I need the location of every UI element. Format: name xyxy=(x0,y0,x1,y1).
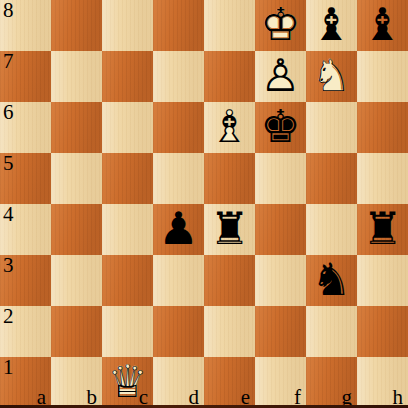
square-e1[interactable]: e xyxy=(204,357,255,408)
square-d8[interactable] xyxy=(153,0,204,51)
square-f7[interactable]: ♟♙ xyxy=(255,51,306,102)
black-piece-glyph: ♝ xyxy=(306,0,357,50)
black-bishop[interactable]: ♝ xyxy=(357,0,408,51)
white-piece-outline: ♙ xyxy=(255,50,306,101)
square-d5[interactable] xyxy=(153,153,204,204)
white-king[interactable]: ♚♔ xyxy=(255,0,306,51)
square-c8[interactable] xyxy=(102,0,153,51)
square-c4[interactable] xyxy=(102,204,153,255)
square-d7[interactable] xyxy=(153,51,204,102)
square-g2[interactable] xyxy=(306,306,357,357)
square-g4[interactable] xyxy=(306,204,357,255)
white-queen[interactable]: ♛♕ xyxy=(102,357,153,408)
square-b8[interactable] xyxy=(51,0,102,51)
square-d3[interactable] xyxy=(153,255,204,306)
square-f4[interactable] xyxy=(255,204,306,255)
white-piece-outline: ♕ xyxy=(102,356,153,407)
square-h1[interactable]: h xyxy=(357,357,408,408)
square-a4[interactable]: 4 xyxy=(0,204,51,255)
square-b2[interactable] xyxy=(51,306,102,357)
black-piece-glyph: ♟ xyxy=(153,203,204,254)
square-c5[interactable] xyxy=(102,153,153,204)
rank-label-2: 2 xyxy=(3,305,14,328)
square-d6[interactable] xyxy=(153,102,204,153)
square-f6[interactable]: ♚ xyxy=(255,102,306,153)
square-a8[interactable]: 8 xyxy=(0,0,51,51)
square-f1[interactable]: f xyxy=(255,357,306,408)
square-c3[interactable] xyxy=(102,255,153,306)
square-e2[interactable] xyxy=(204,306,255,357)
black-rook[interactable]: ♜ xyxy=(204,204,255,255)
rank-label-5: 5 xyxy=(3,152,14,175)
square-h8[interactable]: ♝ xyxy=(357,0,408,51)
square-g8[interactable]: ♝ xyxy=(306,0,357,51)
white-piece-outline: ♘ xyxy=(306,50,357,101)
white-pawn[interactable]: ♟♙ xyxy=(255,51,306,102)
black-piece-glyph: ♚ xyxy=(255,101,306,152)
square-c2[interactable] xyxy=(102,306,153,357)
square-b5[interactable] xyxy=(51,153,102,204)
black-rook[interactable]: ♜ xyxy=(357,204,408,255)
square-e6[interactable]: ♝♗ xyxy=(204,102,255,153)
square-a1[interactable]: 1a xyxy=(0,357,51,408)
black-bishop[interactable]: ♝ xyxy=(306,0,357,51)
rank-label-8: 8 xyxy=(3,0,14,22)
square-f3[interactable] xyxy=(255,255,306,306)
square-h3[interactable] xyxy=(357,255,408,306)
rank-label-3: 3 xyxy=(3,254,14,277)
square-c1[interactable]: c♛♕ xyxy=(102,357,153,408)
square-a5[interactable]: 5 xyxy=(0,153,51,204)
square-h2[interactable] xyxy=(357,306,408,357)
square-h4[interactable]: ♜ xyxy=(357,204,408,255)
square-f2[interactable] xyxy=(255,306,306,357)
black-piece-glyph: ♜ xyxy=(204,203,255,254)
black-piece-glyph: ♞ xyxy=(306,254,357,305)
square-a6[interactable]: 6 xyxy=(0,102,51,153)
square-a2[interactable]: 2 xyxy=(0,306,51,357)
black-piece-glyph: ♝ xyxy=(357,0,408,50)
square-e5[interactable] xyxy=(204,153,255,204)
black-piece-glyph: ♜ xyxy=(357,203,408,254)
white-knight[interactable]: ♞♘ xyxy=(306,51,357,102)
square-e4[interactable]: ♜ xyxy=(204,204,255,255)
square-b4[interactable] xyxy=(51,204,102,255)
white-piece-outline: ♔ xyxy=(255,0,306,50)
square-d1[interactable]: d xyxy=(153,357,204,408)
square-g6[interactable] xyxy=(306,102,357,153)
square-c6[interactable] xyxy=(102,102,153,153)
square-b7[interactable] xyxy=(51,51,102,102)
square-g1[interactable]: g xyxy=(306,357,357,408)
black-pawn[interactable]: ♟ xyxy=(153,204,204,255)
square-g7[interactable]: ♞♘ xyxy=(306,51,357,102)
square-c7[interactable] xyxy=(102,51,153,102)
square-d2[interactable] xyxy=(153,306,204,357)
rank-label-6: 6 xyxy=(3,101,14,124)
rank-label-4: 4 xyxy=(3,203,14,226)
square-g3[interactable]: ♞ xyxy=(306,255,357,306)
square-g5[interactable] xyxy=(306,153,357,204)
white-bishop[interactable]: ♝♗ xyxy=(204,102,255,153)
square-d4[interactable]: ♟ xyxy=(153,204,204,255)
square-e3[interactable] xyxy=(204,255,255,306)
square-f5[interactable] xyxy=(255,153,306,204)
rank-label-1: 1 xyxy=(3,356,14,379)
square-e8[interactable] xyxy=(204,0,255,51)
black-knight[interactable]: ♞ xyxy=(306,255,357,306)
square-a7[interactable]: 7 xyxy=(0,51,51,102)
square-h7[interactable] xyxy=(357,51,408,102)
square-b6[interactable] xyxy=(51,102,102,153)
square-h6[interactable] xyxy=(357,102,408,153)
white-piece-outline: ♗ xyxy=(204,101,255,152)
square-b1[interactable]: b xyxy=(51,357,102,408)
black-king[interactable]: ♚ xyxy=(255,102,306,153)
square-h5[interactable] xyxy=(357,153,408,204)
square-f8[interactable]: ♚♔ xyxy=(255,0,306,51)
chessboard: 8♚♔♝♝7♟♙♞♘6♝♗♚54♟♜♜3♞21abc♛♕defgh xyxy=(0,0,408,408)
square-a3[interactable]: 3 xyxy=(0,255,51,306)
square-e7[interactable] xyxy=(204,51,255,102)
rank-label-7: 7 xyxy=(3,50,14,73)
square-b3[interactable] xyxy=(51,255,102,306)
